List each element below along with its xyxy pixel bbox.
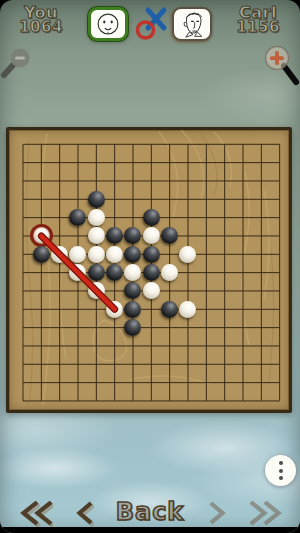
avatar-you[interactable] xyxy=(88,7,128,41)
smiley-face-icon xyxy=(91,10,125,38)
move-navigation: Back xyxy=(0,498,300,528)
menu-dot xyxy=(279,461,283,465)
zoom-in-button[interactable] xyxy=(258,40,300,92)
player-you: You 1064 xyxy=(10,5,72,35)
back-button[interactable]: Back xyxy=(108,498,192,526)
player-carl-rating: 1156 xyxy=(227,20,289,35)
previous-move-button[interactable] xyxy=(74,501,94,527)
player-you-rating: 1064 xyxy=(10,20,72,35)
next-move-button[interactable] xyxy=(208,501,228,527)
app-background: You 1064 xyxy=(0,0,300,533)
first-move-button[interactable] xyxy=(15,501,53,527)
magnifier-plus-icon xyxy=(266,47,297,83)
menu-button[interactable] xyxy=(265,455,296,486)
zoom-out-button[interactable] xyxy=(0,44,36,86)
o-icon xyxy=(138,22,154,38)
magnifier-minus-icon xyxy=(4,49,30,76)
game-board[interactable] xyxy=(6,127,292,413)
portrait-sketch-icon xyxy=(174,9,210,39)
avatar-carl[interactable] xyxy=(172,7,212,41)
versus-xo-icon xyxy=(130,2,170,42)
bottom-bezel xyxy=(0,527,300,533)
phone-screen: You 1064 xyxy=(0,0,300,533)
menu-dot xyxy=(279,469,283,473)
last-move-button[interactable] xyxy=(249,501,287,527)
win-line xyxy=(9,130,289,410)
player-carl: Carl 1156 xyxy=(227,5,289,35)
menu-dot xyxy=(279,476,283,480)
